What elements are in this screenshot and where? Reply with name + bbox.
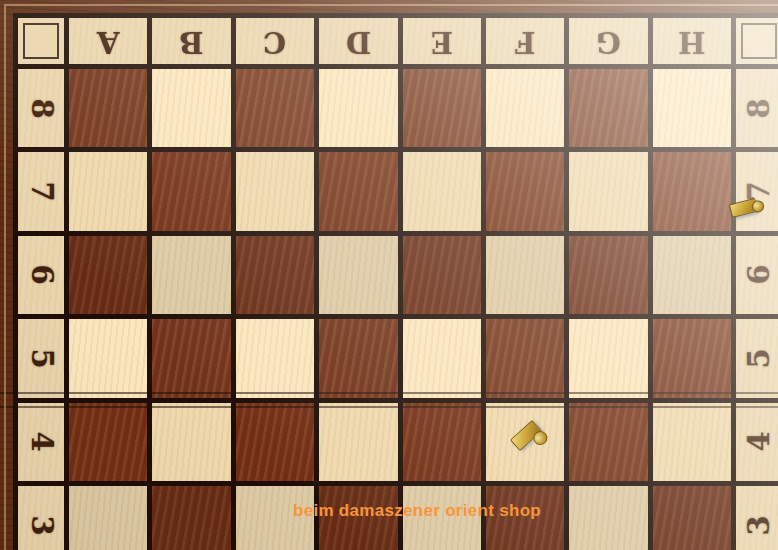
rank-label-4-right: 4	[736, 403, 778, 481]
rank-label-5-right: 5	[736, 319, 778, 397]
file-label-g-far: G	[569, 18, 647, 64]
square-a3	[69, 486, 147, 550]
square-c8	[236, 69, 314, 147]
square-b4	[152, 403, 230, 481]
square-a4	[69, 403, 147, 481]
chess-board: ABCDEFGH8877665544332211	[0, 0, 778, 550]
rank-label-3-left: 3	[18, 486, 64, 550]
file-label-c-far: C	[236, 18, 314, 64]
square-e8	[403, 69, 481, 147]
rank-label-3-right: 3	[736, 486, 778, 550]
square-a6	[69, 236, 147, 314]
square-f7	[486, 152, 564, 230]
square-c4	[236, 403, 314, 481]
square-f5	[486, 319, 564, 397]
square-b3	[152, 486, 230, 550]
square-g3	[569, 486, 647, 550]
rank-label-4-left: 4	[18, 403, 64, 481]
rank-label-6-left: 6	[18, 236, 64, 314]
square-c6	[236, 236, 314, 314]
band-corner-far-right	[736, 18, 778, 64]
rank-label-7-left: 7	[18, 152, 64, 230]
band-corner-far-left	[18, 18, 64, 64]
square-b6	[152, 236, 230, 314]
square-b7	[152, 152, 230, 230]
shop-caption: beim damaszener orient shop	[293, 501, 541, 521]
rank-label-6-right: 6	[736, 236, 778, 314]
square-e6	[403, 236, 481, 314]
square-c5	[236, 319, 314, 397]
rank-label-8-right: 8	[736, 69, 778, 147]
square-h6	[653, 236, 731, 314]
square-c7	[236, 152, 314, 230]
square-d5	[319, 319, 397, 397]
square-a8	[69, 69, 147, 147]
square-d4	[319, 403, 397, 481]
file-label-f-far: F	[486, 18, 564, 64]
square-d8	[319, 69, 397, 147]
square-b8	[152, 69, 230, 147]
board-grid: ABCDEFGH8877665544332211	[13, 13, 778, 550]
square-f8	[486, 69, 564, 147]
square-a7	[69, 152, 147, 230]
square-a5	[69, 319, 147, 397]
square-h4	[653, 403, 731, 481]
square-g5	[569, 319, 647, 397]
square-d7	[319, 152, 397, 230]
square-b5	[152, 319, 230, 397]
rank-label-5-left: 5	[18, 319, 64, 397]
file-label-e-far: E	[403, 18, 481, 64]
square-g6	[569, 236, 647, 314]
square-g7	[569, 152, 647, 230]
square-e4	[403, 403, 481, 481]
rank-label-8-left: 8	[18, 69, 64, 147]
square-g8	[569, 69, 647, 147]
file-label-a-far: A	[69, 18, 147, 64]
product-photo-scene: ABCDEFGH8877665544332211 beim damaszener…	[0, 0, 778, 550]
file-label-h-far: H	[653, 18, 731, 64]
square-e5	[403, 319, 481, 397]
file-label-b-far: B	[152, 18, 230, 64]
square-d6	[319, 236, 397, 314]
square-g4	[569, 403, 647, 481]
square-h8	[653, 69, 731, 147]
square-h3	[653, 486, 731, 550]
file-label-d-far: D	[319, 18, 397, 64]
square-h7	[653, 152, 731, 230]
square-e7	[403, 152, 481, 230]
square-f6	[486, 236, 564, 314]
square-h5	[653, 319, 731, 397]
rank-label-7-right: 7	[736, 152, 778, 230]
